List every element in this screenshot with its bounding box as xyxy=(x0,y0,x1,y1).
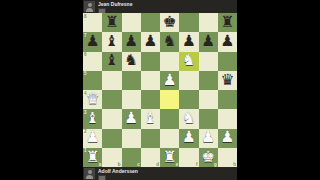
square-g6[interactable] xyxy=(199,52,218,71)
square-g4[interactable] xyxy=(199,90,218,109)
square-e8[interactable]: ♚ xyxy=(160,13,179,32)
square-f6[interactable]: ♞ xyxy=(179,52,198,71)
player-name-bottom[interactable]: Adolf Anderssen xyxy=(98,168,138,174)
square-a7[interactable]: 7♟ xyxy=(83,32,102,51)
black-pawn-f7[interactable]: ♟ xyxy=(179,32,198,51)
square-c8[interactable] xyxy=(122,13,141,32)
white-rook-e1[interactable]: ♜ xyxy=(160,148,179,167)
square-f5[interactable] xyxy=(179,71,198,90)
square-e4[interactable] xyxy=(160,90,179,109)
black-pawn-a7[interactable]: ♟ xyxy=(83,32,102,51)
file-label-b: b xyxy=(118,162,121,167)
square-d2[interactable] xyxy=(141,129,160,148)
black-king-e8[interactable]: ♚ xyxy=(160,13,179,32)
square-e3[interactable] xyxy=(160,109,179,128)
black-rook-h8[interactable]: ♜ xyxy=(218,13,237,32)
square-e1[interactable]: e♜ xyxy=(160,148,179,167)
square-g2[interactable]: ♟ xyxy=(199,129,218,148)
player-bar-top: Jean Dufresne xyxy=(83,0,237,13)
white-rook-a1[interactable]: ♜ xyxy=(83,148,102,167)
black-queen-h5[interactable]: ♛ xyxy=(218,71,237,90)
avatar-head xyxy=(88,170,92,174)
square-f8[interactable] xyxy=(179,13,198,32)
square-d6[interactable] xyxy=(141,52,160,71)
chess-board[interactable]: 8♜♚♜7♟♝♟♟♞♟♟♟6♝♞♞5♟♛4♛3♝♟♝♞2♟♟♟♟1a♜bcde♜… xyxy=(83,13,237,167)
square-b6[interactable]: ♝ xyxy=(102,52,121,71)
square-f7[interactable]: ♟ xyxy=(179,32,198,51)
file-label-c: c xyxy=(137,162,140,167)
square-b4[interactable] xyxy=(102,90,121,109)
square-h6[interactable] xyxy=(218,52,237,71)
square-c4[interactable] xyxy=(122,90,141,109)
white-pawn-a2[interactable]: ♟ xyxy=(83,129,102,148)
square-b7[interactable]: ♝ xyxy=(102,32,121,51)
square-d4[interactable] xyxy=(141,90,160,109)
avatar-torso xyxy=(86,8,94,12)
default-user-avatar-icon[interactable] xyxy=(84,168,95,179)
square-a8[interactable]: 8 xyxy=(83,13,102,32)
avatar-head xyxy=(88,3,92,7)
square-d5[interactable] xyxy=(141,71,160,90)
square-a6[interactable]: 6 xyxy=(83,52,102,71)
square-g8[interactable] xyxy=(199,13,218,32)
white-pawn-g2[interactable]: ♟ xyxy=(199,129,218,148)
square-e2[interactable] xyxy=(160,129,179,148)
square-e7[interactable]: ♞ xyxy=(160,32,179,51)
file-label-h: h xyxy=(233,162,236,167)
square-g3[interactable] xyxy=(199,109,218,128)
square-f3[interactable]: ♞ xyxy=(179,109,198,128)
black-pawn-c7[interactable]: ♟ xyxy=(122,32,141,51)
square-h8[interactable]: ♜ xyxy=(218,13,237,32)
black-knight-e7[interactable]: ♞ xyxy=(160,32,179,51)
square-f4[interactable] xyxy=(179,90,198,109)
rank-label-6: 6 xyxy=(84,52,87,57)
square-h1[interactable]: h xyxy=(218,148,237,167)
square-c1[interactable]: c xyxy=(122,148,141,167)
black-knight-c6[interactable]: ♞ xyxy=(122,52,141,71)
square-g5[interactable] xyxy=(199,71,218,90)
file-label-f: f xyxy=(196,162,198,167)
white-king-g1[interactable]: ♚ xyxy=(199,148,218,167)
square-c6[interactable]: ♞ xyxy=(122,52,141,71)
square-a2[interactable]: 2♟ xyxy=(83,129,102,148)
square-a5[interactable]: 5 xyxy=(83,71,102,90)
square-d1[interactable]: d xyxy=(141,148,160,167)
player-name-top[interactable]: Jean Dufresne xyxy=(98,1,132,7)
square-b8[interactable]: ♜ xyxy=(102,13,121,32)
player-bar-bottom: Adolf Anderssen xyxy=(83,167,237,180)
square-g1[interactable]: g♚ xyxy=(199,148,218,167)
black-bishop-b7[interactable]: ♝ xyxy=(102,32,121,51)
white-queen-a4[interactable]: ♛ xyxy=(83,90,102,109)
square-c5[interactable] xyxy=(122,71,141,90)
square-d8[interactable] xyxy=(141,13,160,32)
square-h2[interactable]: ♟ xyxy=(218,129,237,148)
white-pawn-f2[interactable]: ♟ xyxy=(179,129,198,148)
square-h5[interactable]: ♛ xyxy=(218,71,237,90)
square-h3[interactable] xyxy=(218,109,237,128)
square-c3[interactable]: ♟ xyxy=(122,109,141,128)
avatar-torso xyxy=(86,175,94,179)
square-f1[interactable]: f xyxy=(179,148,198,167)
square-b2[interactable] xyxy=(102,129,121,148)
black-pawn-h7[interactable]: ♟ xyxy=(218,32,237,51)
white-pawn-e5[interactable]: ♟ xyxy=(160,71,179,90)
black-bishop-b6[interactable]: ♝ xyxy=(102,52,121,71)
square-e6[interactable] xyxy=(160,52,179,71)
square-h7[interactable]: ♟ xyxy=(218,32,237,51)
white-knight-f3[interactable]: ♞ xyxy=(179,109,198,128)
square-a4[interactable]: 4♛ xyxy=(83,90,102,109)
square-b1[interactable]: b xyxy=(102,148,121,167)
white-bishop-a3[interactable]: ♝ xyxy=(83,109,102,128)
square-g7[interactable]: ♟ xyxy=(199,32,218,51)
square-a3[interactable]: 3♝ xyxy=(83,109,102,128)
square-c2[interactable] xyxy=(122,129,141,148)
file-label-d: d xyxy=(156,162,159,167)
black-pawn-g7[interactable]: ♟ xyxy=(199,32,218,51)
white-pawn-c3[interactable]: ♟ xyxy=(122,109,141,128)
square-f2[interactable]: ♟ xyxy=(179,129,198,148)
square-d7[interactable]: ♟ xyxy=(141,32,160,51)
square-b3[interactable] xyxy=(102,109,121,128)
player-info-bottom: Adolf Anderssen xyxy=(98,168,138,180)
rank-label-8: 8 xyxy=(84,14,87,19)
video-frame: Jean Dufresne 8♜♚♜7♟♝♟♟♞♟♟♟6♝♞♞5♟♛4♛3♝♟♝… xyxy=(0,0,320,180)
square-e5[interactable]: ♟ xyxy=(160,71,179,90)
white-pawn-h2[interactable]: ♟ xyxy=(218,129,237,148)
square-c7[interactable]: ♟ xyxy=(122,32,141,51)
square-a1[interactable]: 1a♜ xyxy=(83,148,102,167)
square-h4[interactable] xyxy=(218,90,237,109)
flag-icon xyxy=(98,175,106,180)
white-knight-f6[interactable]: ♞ xyxy=(179,52,198,71)
square-d3[interactable]: ♝ xyxy=(141,109,160,128)
rank-label-5: 5 xyxy=(84,71,87,76)
square-b5[interactable] xyxy=(102,71,121,90)
white-bishop-d3[interactable]: ♝ xyxy=(141,109,160,128)
default-user-avatar-icon[interactable] xyxy=(84,1,95,12)
black-pawn-d7[interactable]: ♟ xyxy=(141,32,160,51)
black-rook-b8[interactable]: ♜ xyxy=(102,13,121,32)
